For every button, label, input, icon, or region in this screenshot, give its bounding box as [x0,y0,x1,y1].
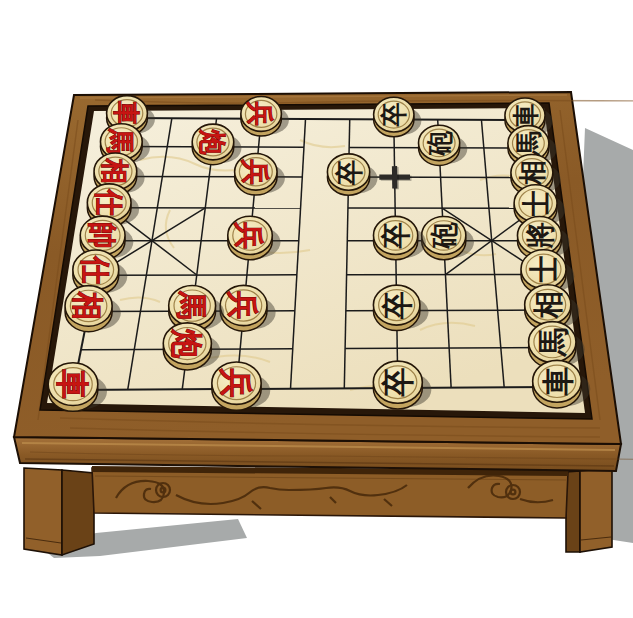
piece-glyph: 車 [111,100,143,126]
grid-line [345,348,552,349]
piece-glyph: 士 [527,256,562,284]
piece-glyph: 馬 [513,131,545,157]
piece-glyph: 砲 [427,222,462,249]
front-right-leg [566,468,612,552]
piece-glyph: 卒 [379,291,415,320]
piece-glyph: 仕 [78,254,114,283]
piece-glyph: 兵 [245,101,277,126]
piece-glyph: 卒 [379,222,414,249]
piece-glyph: 士 [520,191,553,217]
piece-glyph: 炮 [197,129,229,155]
table-apron [92,466,568,518]
piece-glyph: 車 [510,103,540,128]
piece-glyph: 卒 [379,367,417,397]
piece-glyph: 相 [530,291,566,319]
piece-glyph: 砲 [424,131,456,157]
piece-glyph: 兵 [217,368,255,398]
scene-svg: 車兵卒車馬炮砲馬相兵卒相仕士將砲卒兵帥士仕相卒兵馬相馬炮車卒兵車 [0,0,633,618]
piece-glyph: 兵 [225,291,261,320]
piece-glyph: 馬 [105,128,137,154]
piece-glyph: 卒 [378,103,410,128]
piece-glyph: 相 [517,160,549,186]
xiangqi-table-scene: 車兵卒車馬炮砲馬相兵卒相仕士將砲卒兵帥士仕相卒兵馬相馬炮車卒兵車 [0,0,633,618]
piece-glyph: 車 [54,368,92,398]
piece-glyph: 兵 [239,158,272,184]
piece-glyph: 炮 [169,328,206,358]
piece-glyph: 車 [539,366,576,396]
piece-glyph: 相 [99,158,132,184]
piece-glyph: 馬 [174,291,210,320]
piece-glyph: 兵 [232,222,267,248]
front-left-leg [24,468,94,555]
piece-glyph: 帥 [85,222,120,249]
piece-glyph: 卒 [332,159,365,185]
piece-glyph: 將 [523,222,558,249]
piece-glyph: 仕 [92,189,125,216]
piece-glyph: 相 [70,291,106,320]
piece-glyph: 馬 [534,328,571,357]
